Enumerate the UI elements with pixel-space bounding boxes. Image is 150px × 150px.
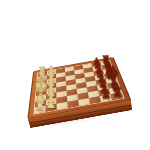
square-c4[interactable] <box>65 75 75 81</box>
chessboard-wrapper: ♜♟♟♜♞♟♟♞♝♟♟♝♛♟♟♛♚♟♟♚♝♟♟♝♞♟♟♞♜♟♟♜ <box>23 31 130 138</box>
square-h1[interactable]: ♜ <box>35 106 46 114</box>
square-h3[interactable] <box>57 102 68 110</box>
square-h8[interactable]: ♜ <box>110 92 123 100</box>
square-h4[interactable] <box>67 100 79 108</box>
piece-black-rook-h8[interactable]: ♜ <box>112 86 123 98</box>
square-h6[interactable] <box>89 96 101 104</box>
square-h2[interactable]: ♟ <box>46 104 57 112</box>
piece-black-pawn-h7[interactable]: ♟ <box>101 89 111 100</box>
piece-white-rook-h1[interactable]: ♜ <box>35 100 46 112</box>
perspective-container: ♜♟♟♜♞♟♟♞♝♟♟♝♛♟♟♛♚♟♟♚♝♟♟♝♞♟♟♞♜♟♟♜ <box>23 31 130 138</box>
scene: ♜♟♟♜♞♟♟♞♝♟♟♝♛♟♟♛♚♟♟♚♝♟♟♝♞♟♟♞♜♟♟♜ <box>0 0 150 150</box>
piece-white-pawn-h2[interactable]: ♟ <box>46 99 56 110</box>
square-h7[interactable]: ♟ <box>100 94 113 102</box>
chessboard-frame: ♜♟♟♜♞♟♟♞♝♟♟♝♛♟♟♛♚♟♟♚♝♟♟♝♞♟♟♞♜♟♟♜ <box>27 57 131 119</box>
